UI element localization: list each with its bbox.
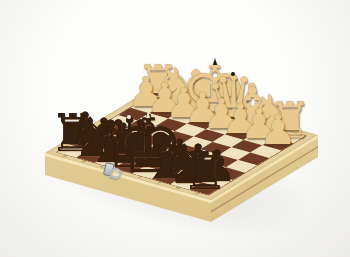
queen-ball-finial <box>231 72 235 76</box>
king-cone-finial <box>213 58 217 65</box>
latch-hook <box>109 167 122 180</box>
chess-set-photo: ABCDEFGH ♜♞♝♚♛♝♞♜♟♟♟♟♟♟♟♟♟♟♟♟♟♟♟♟♜♞♝♛♚♝♞… <box>0 0 350 257</box>
